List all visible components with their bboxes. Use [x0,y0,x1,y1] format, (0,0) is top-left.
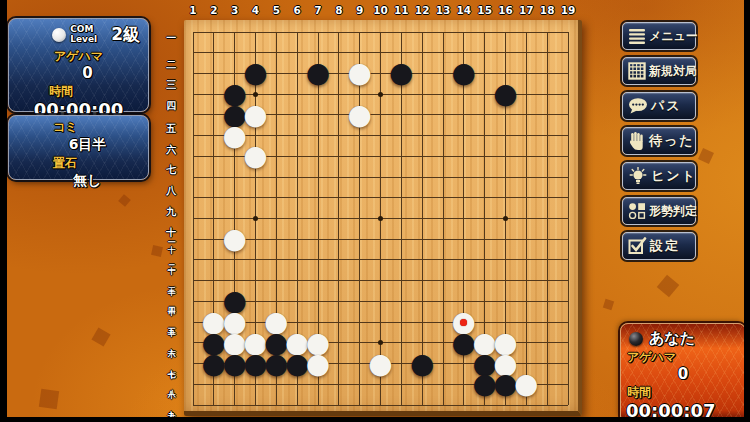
star-point [503,340,508,345]
settings-button[interactable]: 設定 [622,232,696,260]
star-point [378,340,383,345]
texture-square [118,194,131,207]
row-label: 十八 [163,373,179,395]
texture-square [39,389,59,409]
star-point [503,92,508,97]
row-label: 十七 [163,353,179,375]
row-label: 十九 [163,394,179,416]
row-label: 十二 [163,249,179,271]
column-label: 10 [372,4,390,16]
grid-line-h [193,384,568,385]
menu-icon [628,27,646,45]
pass-icon [628,97,648,115]
com-rank: 2級 [111,23,140,46]
column-label: 1 [184,4,202,16]
grid-line-h [193,280,568,281]
grid-line-h [193,405,568,406]
com-time-label: 時間 [9,83,148,100]
column-label: 12 [413,4,431,16]
judgement-button[interactable]: 形勢判定 [622,197,696,225]
undo-icon [628,132,646,150]
pass-button[interactable]: パス [622,92,696,120]
star-point [253,92,258,97]
handicap-value: 無し [27,172,148,188]
letterbox-left [0,0,7,422]
you-time-label: 時間 [621,384,745,401]
white-stone-icon [52,28,66,42]
row-label: 三 [163,62,179,84]
column-label: 6 [288,4,306,16]
column-label: 15 [476,4,494,16]
column-label: 5 [267,4,285,16]
button-label: パス [651,97,682,115]
row-label: 十六 [163,332,179,354]
column-label: 4 [247,4,265,16]
row-label: 六 [163,125,179,147]
column-label: 17 [517,4,535,16]
texture-square [91,327,110,346]
row-label: 九 [163,187,179,209]
row-label: 二 [163,42,179,64]
grid-line-v [463,32,464,405]
last-move-marker [460,319,467,326]
button-label: 形勢判定 [649,203,697,220]
row-label: 十 [163,208,179,230]
column-label: 19 [559,4,577,16]
you-player-panel: あなた アゲハマ 0 時間 00:00:07 [620,323,746,419]
star-point [378,216,383,221]
row-label: 七 [163,145,179,167]
grid-line-v [443,32,444,405]
button-label: メニュー [649,28,698,45]
button-label: 新規対局 [649,63,697,80]
grid-line-v [401,32,402,405]
column-label: 3 [226,4,244,16]
row-label: 五 [163,104,179,126]
star-point [503,216,508,221]
column-label: 13 [434,4,452,16]
letterbox-right [744,0,750,422]
column-label: 16 [497,4,515,16]
star-point [378,92,383,97]
grid-line-v [547,32,548,405]
texture-square [657,275,680,298]
grid-line-h [193,322,568,323]
row-label: 十四 [163,290,179,312]
grid-line-v [422,32,423,405]
column-label: 11 [392,4,410,16]
hint-icon [628,167,648,185]
star-point [253,340,258,345]
column-label: 7 [309,4,327,16]
com-level-label: COMLevel [70,25,97,44]
you-captures-value: 0 [621,366,745,383]
grid-line-h [193,239,568,240]
judgement-icon [628,202,646,220]
grid-line-v [568,32,569,405]
row-label: 十五 [163,311,179,333]
you-name: あなた [649,329,695,348]
row-label: 十三 [163,270,179,292]
komi-value: 6目半 [27,136,148,152]
com-captures-value: 0 [27,65,148,82]
column-label: 2 [205,4,223,16]
new-game-button[interactable]: 新規対局 [622,57,696,85]
column-label: 9 [351,4,369,16]
grid-line-h [193,363,568,364]
grid-line-v [526,32,527,405]
grid-line-h [193,259,568,260]
go-app-screen: { "game": "go", "board": { "size": 19, "… [0,0,750,422]
row-label: 八 [163,166,179,188]
texture-square [151,245,163,257]
hint-button[interactable]: ヒント [622,162,696,190]
texture-square [603,299,614,310]
komi-label: コミ [53,119,148,136]
grid-line-h [193,301,568,302]
you-captures-label: アゲハマ [621,349,745,366]
com-captures-label: アゲハマ [9,48,148,65]
undo-button[interactable]: 待った [622,127,696,155]
column-label: 14 [455,4,473,16]
button-label: 待った [649,132,695,150]
com-player-panel: COMLevel 2級 アゲハマ 0 時間 00:00:00 [8,18,149,112]
letterbox-bottom [0,417,750,422]
new-game-icon [628,62,646,80]
grid-line-v [484,32,485,405]
texture-square [698,148,714,164]
row-label: 四 [163,83,179,105]
rules-panel: コミ 6目半 置石 無し [8,115,149,180]
menu-button[interactable]: メニュー [622,22,696,50]
star-point [253,216,258,221]
button-label: 設定 [650,237,680,255]
button-label: ヒント [651,167,697,185]
row-label: 十一 [163,228,179,250]
handicap-label: 置石 [53,155,148,172]
column-label: 8 [330,4,348,16]
settings-icon [628,237,647,255]
board-grid[interactable] [193,32,568,405]
column-label: 18 [538,4,556,16]
black-stone-icon [629,332,643,346]
row-label: 一 [163,21,179,43]
go-board[interactable]: ●●●●●●●●●●●●●●●●●●●●●●●●●●●●●●●●●●●●●●●● [184,20,582,416]
